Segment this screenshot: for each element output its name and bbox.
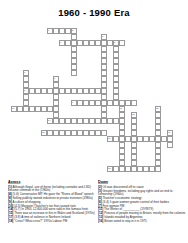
across-clues: Across [1] Although illegal, use of thes… — [8, 180, 96, 223]
clue-item: [18] "Crisis? What crisis?" 1970s Labour… — [8, 219, 96, 222]
grid-cell[interactable]: 16 — [167, 130, 173, 136]
clue-text: (4-3) Margaret Thatcher's tax that cause… — [14, 204, 76, 207]
cell-number: 11 — [120, 107, 122, 109]
cell-number: 14 — [48, 119, 50, 121]
clue-text: Selling publicly owned industries to pri… — [12, 196, 92, 199]
clue-text: A culture of shopping — [12, 200, 40, 203]
clue-text: (5-6) Conservative MP. He gave the "Rive… — [12, 192, 93, 195]
clue-item: [1] Although illegal, use of these (incl… — [8, 185, 96, 192]
clue-text: The Winter of __________ (1978/79) — [104, 208, 153, 211]
grid-cell[interactable] — [131, 130, 137, 136]
grid-cell[interactable] — [71, 34, 77, 40]
down-heading: Down — [98, 180, 186, 184]
across-clue-list: [1] Although illegal, use of these (incl… — [8, 185, 96, 223]
grid-cell[interactable]: 3 — [101, 34, 107, 40]
cell-number: 9 — [72, 101, 73, 103]
clue-text: Although illegal, use of these (includin… — [8, 185, 91, 192]
grid-cell[interactable] — [23, 82, 29, 88]
clue-item: [16] Britain voted to stay in it in 1975 — [98, 219, 186, 222]
grid-cell[interactable] — [119, 130, 125, 136]
clue-text: First woman PM — [102, 204, 124, 207]
grid-cell[interactable] — [23, 100, 29, 106]
clue-text: Islands invaded by Argentina — [104, 215, 142, 218]
across-heading: Across — [8, 180, 96, 184]
cell-number: 10 — [12, 107, 14, 109]
clue-text: (3-8) A time of violence in Northern Ire… — [14, 215, 70, 218]
cell-number: 4 — [60, 41, 61, 43]
cell-number: 1 — [48, 29, 49, 31]
grid-cell[interactable] — [119, 160, 125, 166]
grid-cell[interactable] — [101, 112, 107, 118]
cell-number: 18 — [108, 167, 110, 169]
cell-number: 17 — [108, 137, 110, 139]
cell-number: 6 — [24, 71, 25, 73]
grid-cell[interactable] — [167, 142, 173, 148]
grid-cell[interactable] — [71, 70, 77, 76]
cell-number: 16 — [168, 131, 170, 133]
clue-text: Britain voted to stay in it in 1975 — [104, 219, 147, 222]
clue-text: Greater freedoms, including gay rights a… — [98, 189, 173, 196]
grid-cell[interactable] — [155, 160, 161, 166]
cell-number: 2 — [72, 29, 73, 31]
cell-number: 12 — [156, 107, 158, 109]
page-title: 1960 - 1990 Era — [0, 7, 188, 18]
down-clue-list: [2] Oil was discovered off its coast[3] … — [98, 185, 186, 223]
clue-text: (5-7) In 1963, £2,600,000 were sold in t… — [14, 208, 88, 211]
crossword-grid: 124589101415171836711121316 — [11, 28, 173, 178]
clue-text: There was an increase in this in Wales a… — [14, 211, 95, 214]
grid-cell[interactable] — [113, 94, 119, 100]
grid-cell[interactable] — [119, 40, 125, 46]
grid-cell[interactable] — [155, 166, 161, 172]
clue-text: Process of people moving to Britain, mos… — [104, 211, 185, 214]
grid-cell[interactable] — [53, 112, 59, 118]
grid-cell[interactable] — [131, 160, 137, 166]
cell-number: 7 — [54, 77, 55, 79]
cell-number: 15 — [42, 131, 44, 133]
clue-text: (3-4) It gave women greater control of t… — [102, 200, 169, 203]
cell-number: 8 — [24, 89, 25, 91]
down-clues: Down [2] Oil was discovered off its coas… — [98, 180, 186, 223]
clue-item: [3] Greater freedoms, including gay righ… — [98, 189, 186, 196]
grid-cell[interactable] — [53, 82, 59, 88]
cell-number: 5 — [114, 41, 115, 43]
clue-text: Oil was discovered off its coast — [102, 185, 143, 188]
grid-cell[interactable] — [155, 130, 161, 136]
grid-cell[interactable] — [101, 94, 107, 100]
clue-text: "Crisis? What crisis?" 1970s Labour PM — [14, 219, 67, 222]
clue-text: Thatcher's economic strategy — [102, 196, 141, 199]
grid-cell[interactable] — [131, 100, 137, 106]
cell-number: 3 — [102, 35, 103, 37]
cell-number: 13 — [132, 113, 134, 115]
page: { "game": "crossword (criss-cross fill-i… — [0, 0, 188, 243]
